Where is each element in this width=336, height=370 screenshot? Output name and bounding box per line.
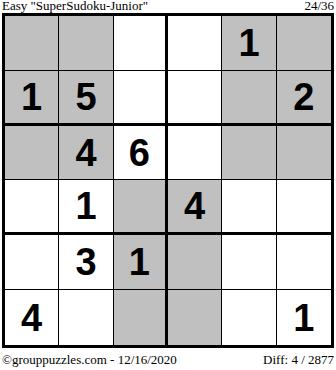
cell-r5c4[interactable] bbox=[168, 235, 222, 290]
cell-r2c1: 1 bbox=[5, 71, 59, 126]
cell-r4c6[interactable] bbox=[277, 180, 331, 235]
cell-r5c5[interactable] bbox=[222, 235, 276, 290]
cell-r3c2: 4 bbox=[59, 126, 113, 181]
empty-cell-counter: 24/36 bbox=[304, 0, 334, 12]
cell-r4c1[interactable] bbox=[5, 180, 59, 235]
cell-r5c6[interactable] bbox=[277, 235, 331, 290]
cell-r1c1[interactable] bbox=[5, 16, 59, 71]
cell-r6c1: 4 bbox=[5, 290, 59, 345]
cell-r3c4[interactable] bbox=[168, 126, 222, 181]
header: Easy "SuperSudoku-Junior" 24/36 bbox=[2, 0, 334, 13]
cell-r2c3[interactable] bbox=[114, 71, 168, 126]
cell-r4c5[interactable] bbox=[222, 180, 276, 235]
cell-r6c6: 1 bbox=[277, 290, 331, 345]
cell-r4c4: 4 bbox=[168, 180, 222, 235]
cell-r5c1[interactable] bbox=[5, 235, 59, 290]
puzzle-title: Easy "SuperSudoku-Junior" bbox=[2, 0, 148, 12]
cell-r3c1[interactable] bbox=[5, 126, 59, 181]
board: 115246143141 bbox=[2, 13, 334, 348]
copyright-text: ©grouppuzzles.com - 12/16/2020 bbox=[2, 352, 177, 368]
puzzle-page: Easy "SuperSudoku-Junior" 24/36 11524614… bbox=[0, 0, 336, 370]
footer: ©grouppuzzles.com - 12/16/2020 Diff: 4 /… bbox=[2, 351, 334, 369]
cell-r4c3[interactable] bbox=[114, 180, 168, 235]
cell-r1c4[interactable] bbox=[168, 16, 222, 71]
cell-r2c2: 5 bbox=[59, 71, 113, 126]
cell-r2c5[interactable] bbox=[222, 71, 276, 126]
cell-r2c4[interactable] bbox=[168, 71, 222, 126]
cell-r4c2: 1 bbox=[59, 180, 113, 235]
cell-r2c6: 2 bbox=[277, 71, 331, 126]
cell-r6c3[interactable] bbox=[114, 290, 168, 345]
cell-r6c5[interactable] bbox=[222, 290, 276, 345]
cell-r5c3: 1 bbox=[114, 235, 168, 290]
cell-r3c5[interactable] bbox=[222, 126, 276, 181]
difficulty-text: Diff: 4 / 2877 bbox=[263, 352, 334, 368]
cell-r1c3[interactable] bbox=[114, 16, 168, 71]
cell-r3c6[interactable] bbox=[277, 126, 331, 181]
cell-r6c4[interactable] bbox=[168, 290, 222, 345]
cell-r6c2[interactable] bbox=[59, 290, 113, 345]
cell-r1c5: 1 bbox=[222, 16, 276, 71]
cell-r5c2: 3 bbox=[59, 235, 113, 290]
cell-r1c2[interactable] bbox=[59, 16, 113, 71]
cell-r3c3: 6 bbox=[114, 126, 168, 181]
cell-r1c6[interactable] bbox=[277, 16, 331, 71]
